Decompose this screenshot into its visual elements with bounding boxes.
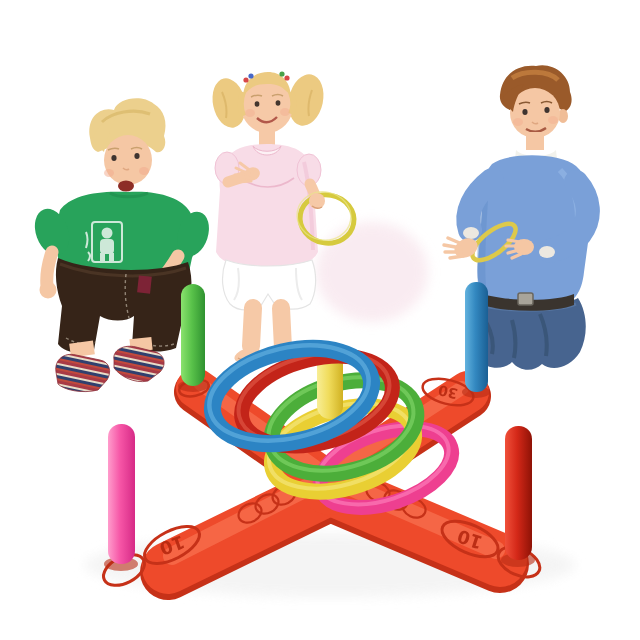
belt-buckle (518, 293, 533, 305)
girl-leg-right (281, 308, 283, 348)
boy-left-hand-left (40, 282, 57, 299)
ring-toss-product-photo: 10 10 30 (0, 0, 640, 640)
peg-pink-front-left (108, 424, 135, 564)
girl-leg-left (251, 308, 253, 346)
peg-blue-back-right (465, 282, 488, 392)
soft-pink-shadow (316, 222, 428, 322)
photo-canvas: 10 10 30 (0, 0, 640, 640)
boy-left-face (104, 135, 152, 185)
boy-left-arm-left (47, 252, 52, 286)
shorts-label-patch (137, 275, 152, 293)
peg-dark-red-front-right (505, 426, 532, 560)
boy-left-mouth (118, 181, 134, 192)
peg-green-back-left (181, 284, 205, 386)
girl-hand-gripping (309, 193, 325, 209)
